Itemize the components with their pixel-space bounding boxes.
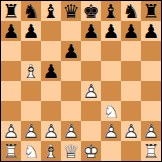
square-d3[interactable] — [61, 101, 81, 121]
square-g5[interactable] — [121, 61, 141, 81]
piece-white-king-e1[interactable]: ♚♔ — [81, 141, 101, 161]
piece-black-pawn-e7[interactable]: ♟ — [81, 21, 101, 41]
square-b2[interactable]: ♟♙ — [21, 121, 41, 141]
square-h3[interactable] — [141, 101, 161, 121]
square-e4[interactable]: ♟♙ — [81, 81, 101, 101]
piece-white-pawn-h2[interactable]: ♟♙ — [141, 121, 161, 141]
piece-black-knight-b8[interactable]: ♞ — [21, 1, 41, 21]
piece-white-pawn-c2[interactable]: ♟♙ — [41, 121, 61, 141]
piece-black-rook-h8[interactable]: ♜ — [141, 1, 161, 21]
piece-white-pawn-b2[interactable]: ♟♙ — [21, 121, 41, 141]
black-pawn-glyph: ♟ — [121, 21, 141, 41]
piece-white-pawn-a2[interactable]: ♟♙ — [1, 121, 21, 141]
black-pawn-glyph: ♟ — [101, 21, 121, 41]
square-e1[interactable]: ♚♔ — [81, 141, 101, 161]
square-a4[interactable] — [1, 81, 21, 101]
chess-board: ♜♞♝♛♚♝♞♜♟♟♟♟♟♟♟♝♗♟♟♙♞♘♟♙♟♙♟♙♟♙♟♙♟♙♟♙♜♖♞♘… — [0, 0, 162, 162]
square-f5[interactable] — [101, 61, 121, 81]
black-queen-glyph: ♛ — [61, 1, 81, 21]
square-d2[interactable]: ♟♙ — [61, 121, 81, 141]
white-rook-outline: ♖ — [141, 141, 161, 161]
square-e7[interactable]: ♟ — [81, 21, 101, 41]
piece-black-pawn-b7[interactable]: ♟ — [21, 21, 41, 41]
black-rook-glyph: ♜ — [141, 1, 161, 21]
piece-white-rook-h1[interactable]: ♜♖ — [141, 141, 161, 161]
square-d5[interactable] — [61, 61, 81, 81]
square-c8[interactable]: ♝ — [41, 1, 61, 21]
square-d4[interactable] — [61, 81, 81, 101]
square-c4[interactable] — [41, 81, 61, 101]
square-a5[interactable] — [1, 61, 21, 81]
piece-black-rook-a8[interactable]: ♜ — [1, 1, 21, 21]
square-a1[interactable]: ♜♖ — [1, 141, 21, 161]
square-a8[interactable]: ♜ — [1, 1, 21, 21]
white-knight-outline: ♘ — [21, 141, 41, 161]
piece-black-queen-d8[interactable]: ♛ — [61, 1, 81, 21]
square-h6[interactable] — [141, 41, 161, 61]
square-c2[interactable]: ♟♙ — [41, 121, 61, 141]
piece-white-queen-d1[interactable]: ♛♕ — [61, 141, 81, 161]
square-e2[interactable] — [81, 121, 101, 141]
square-f2[interactable]: ♟♙ — [101, 121, 121, 141]
square-b7[interactable]: ♟ — [21, 21, 41, 41]
square-h2[interactable]: ♟♙ — [141, 121, 161, 141]
piece-white-bishop-c1[interactable]: ♝♗ — [41, 141, 61, 161]
square-f6[interactable] — [101, 41, 121, 61]
black-king-glyph: ♚ — [81, 1, 101, 21]
piece-black-pawn-f7[interactable]: ♟ — [101, 21, 121, 41]
black-bishop-glyph: ♝ — [101, 1, 121, 21]
piece-black-bishop-f8[interactable]: ♝ — [101, 1, 121, 21]
piece-white-rook-a1[interactable]: ♜♖ — [1, 141, 21, 161]
square-b8[interactable]: ♞ — [21, 1, 41, 21]
black-pawn-glyph: ♟ — [81, 21, 101, 41]
black-bishop-glyph: ♝ — [41, 1, 61, 21]
black-pawn-glyph: ♟ — [21, 21, 41, 41]
square-f4[interactable] — [101, 81, 121, 101]
square-b3[interactable] — [21, 101, 41, 121]
square-g1[interactable] — [121, 141, 141, 161]
square-c7[interactable] — [41, 21, 61, 41]
square-d1[interactable]: ♛♕ — [61, 141, 81, 161]
piece-black-pawn-g7[interactable]: ♟ — [121, 21, 141, 41]
square-e5[interactable] — [81, 61, 101, 81]
square-h7[interactable]: ♟ — [141, 21, 161, 41]
square-b1[interactable]: ♞♘ — [21, 141, 41, 161]
black-pawn-glyph: ♟ — [61, 41, 81, 61]
white-pawn-outline: ♙ — [81, 81, 101, 101]
black-rook-glyph: ♜ — [1, 1, 21, 21]
black-pawn-glyph: ♟ — [41, 61, 61, 81]
white-pawn-outline: ♙ — [121, 121, 141, 141]
piece-black-pawn-a7[interactable]: ♟ — [1, 21, 21, 41]
square-h4[interactable] — [141, 81, 161, 101]
square-f7[interactable]: ♟ — [101, 21, 121, 41]
piece-white-pawn-f2[interactable]: ♟♙ — [101, 121, 121, 141]
square-d6[interactable]: ♟ — [61, 41, 81, 61]
black-knight-glyph: ♞ — [121, 1, 141, 21]
piece-white-knight-f3[interactable]: ♞♘ — [101, 101, 121, 121]
square-e3[interactable] — [81, 101, 101, 121]
piece-white-bishop-b5[interactable]: ♝♗ — [21, 61, 41, 81]
chess-board-container: ♜♞♝♛♚♝♞♜♟♟♟♟♟♟♟♝♗♟♟♙♞♘♟♙♟♙♟♙♟♙♟♙♟♙♟♙♜♖♞♘… — [0, 0, 162, 162]
piece-black-bishop-c8[interactable]: ♝ — [41, 1, 61, 21]
piece-white-pawn-g2[interactable]: ♟♙ — [121, 121, 141, 141]
square-c3[interactable] — [41, 101, 61, 121]
square-a3[interactable] — [1, 101, 21, 121]
square-c5[interactable]: ♟ — [41, 61, 61, 81]
piece-black-pawn-c5[interactable]: ♟ — [41, 61, 61, 81]
square-b6[interactable] — [21, 41, 41, 61]
square-c6[interactable] — [41, 41, 61, 61]
square-h8[interactable]: ♜ — [141, 1, 161, 21]
square-a6[interactable] — [1, 41, 21, 61]
piece-black-pawn-h7[interactable]: ♟ — [141, 21, 161, 41]
white-bishop-outline: ♗ — [41, 141, 61, 161]
piece-white-knight-b1[interactable]: ♞♘ — [21, 141, 41, 161]
white-pawn-outline: ♙ — [61, 121, 81, 141]
square-g2[interactable]: ♟♙ — [121, 121, 141, 141]
piece-black-knight-g8[interactable]: ♞ — [121, 1, 141, 21]
white-pawn-outline: ♙ — [21, 121, 41, 141]
white-king-outline: ♔ — [81, 141, 101, 161]
black-knight-glyph: ♞ — [21, 1, 41, 21]
square-g8[interactable]: ♞ — [121, 1, 141, 21]
piece-black-king-e8[interactable]: ♚ — [81, 1, 101, 21]
square-h1[interactable]: ♜♖ — [141, 141, 161, 161]
black-pawn-glyph: ♟ — [1, 21, 21, 41]
square-f3[interactable]: ♞♘ — [101, 101, 121, 121]
white-pawn-outline: ♙ — [141, 121, 161, 141]
white-pawn-outline: ♙ — [1, 121, 21, 141]
white-rook-outline: ♖ — [1, 141, 21, 161]
square-b5[interactable]: ♝♗ — [21, 61, 41, 81]
black-pawn-glyph: ♟ — [141, 21, 161, 41]
square-g6[interactable] — [121, 41, 141, 61]
square-e6[interactable] — [81, 41, 101, 61]
white-pawn-outline: ♙ — [101, 121, 121, 141]
white-pawn-outline: ♙ — [41, 121, 61, 141]
square-f1[interactable] — [101, 141, 121, 161]
square-g7[interactable]: ♟ — [121, 21, 141, 41]
square-g3[interactable] — [121, 101, 141, 121]
square-c1[interactable]: ♝♗ — [41, 141, 61, 161]
square-f8[interactable]: ♝ — [101, 1, 121, 21]
square-b4[interactable] — [21, 81, 41, 101]
square-e8[interactable]: ♚ — [81, 1, 101, 21]
square-d7[interactable] — [61, 21, 81, 41]
piece-black-pawn-d6[interactable]: ♟ — [61, 41, 81, 61]
square-g4[interactable] — [121, 81, 141, 101]
white-bishop-outline: ♗ — [21, 61, 41, 81]
white-queen-outline: ♕ — [61, 141, 81, 161]
square-a7[interactable]: ♟ — [1, 21, 21, 41]
square-h5[interactable] — [141, 61, 161, 81]
piece-white-pawn-e4[interactable]: ♟♙ — [81, 81, 101, 101]
square-d8[interactable]: ♛ — [61, 1, 81, 21]
piece-white-pawn-d2[interactable]: ♟♙ — [61, 121, 81, 141]
white-knight-outline: ♘ — [101, 101, 121, 121]
square-a2[interactable]: ♟♙ — [1, 121, 21, 141]
